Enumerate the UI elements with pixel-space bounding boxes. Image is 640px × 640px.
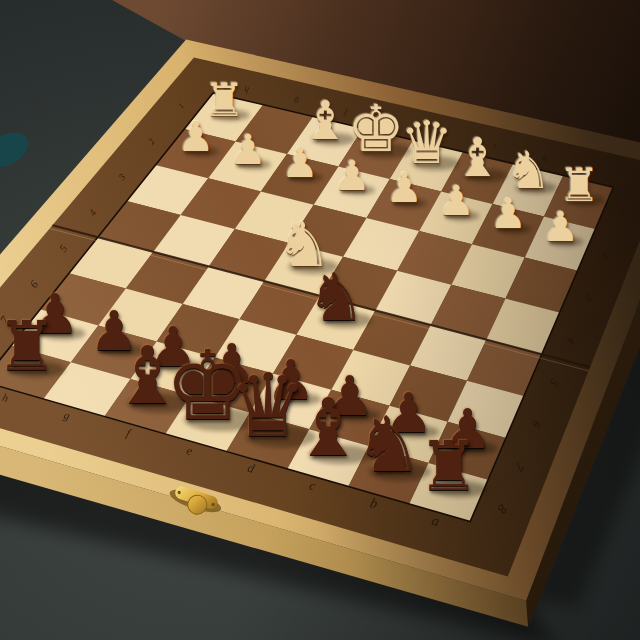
piece-black-rook-a8[interactable]: ♜	[415, 432, 484, 501]
piece-white-pawn-d2[interactable]: ♟	[384, 168, 425, 209]
piece-white-pawn-a2[interactable]: ♟	[540, 207, 581, 248]
chess-set-photo: hgfedcbahgfedcba1234567812345678 ♜♞♝♛♚♝♜…	[0, 0, 640, 640]
piece-white-rook-a1[interactable]: ♜	[556, 162, 602, 208]
piece-black-rook-h8[interactable]: ♜	[0, 312, 61, 381]
piece-white-pawn-c2[interactable]: ♟	[436, 181, 477, 222]
piece-white-pawn-h2[interactable]: ♟	[175, 117, 216, 158]
piece-white-pawn-b2[interactable]: ♟	[488, 194, 529, 235]
piece-white-bishop-c1[interactable]: ♝	[451, 131, 504, 184]
piece-white-pawn-e2[interactable]: ♟	[331, 156, 372, 197]
table-clamp	[0, 125, 34, 174]
piece-white-pawn-g2[interactable]: ♟	[227, 130, 268, 171]
piece-white-knight-b1[interactable]: ♞	[503, 145, 555, 197]
piece-black-knight-d5[interactable]: ♞	[303, 265, 369, 331]
piece-white-pawn-f2[interactable]: ♟	[279, 143, 320, 184]
